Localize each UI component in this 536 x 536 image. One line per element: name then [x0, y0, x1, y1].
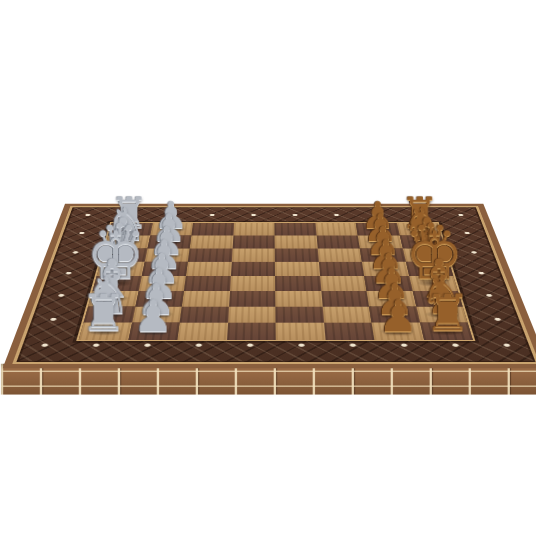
square-b5[interactable]: [275, 235, 318, 248]
square-c4[interactable]: [231, 248, 275, 261]
square-f5[interactable]: [275, 291, 322, 307]
square-h8[interactable]: ♜: [420, 323, 473, 340]
square-a4[interactable]: [233, 223, 275, 235]
square-b6[interactable]: [316, 235, 360, 248]
board-grid[interactable]: ♜♟♟♜♞♟♟♞♝♟♟♝♛♟♟♛♚♟♟♚♝♟♟♝♞♟♟♞♜♟♟♜: [79, 223, 473, 340]
square-h6[interactable]: [324, 323, 375, 340]
square-h1[interactable]: ♜: [79, 323, 132, 340]
square-f4[interactable]: [229, 291, 276, 307]
square-f3[interactable]: [182, 291, 230, 307]
square-g5[interactable]: [275, 306, 323, 322]
square-a6[interactable]: [315, 223, 358, 235]
square-h7[interactable]: ♟: [372, 323, 424, 340]
square-a3[interactable]: [191, 223, 233, 235]
product-photo-scene: ♜♟♟♜♞♟♟♞♝♟♟♝♛♟♟♛♚♟♟♚♝♟♟♝♞♟♟♞♜♟♟♜: [0, 0, 536, 536]
square-e4[interactable]: [230, 276, 276, 291]
square-d4[interactable]: [230, 262, 275, 276]
square-e5[interactable]: [275, 276, 321, 291]
square-h2[interactable]: ♟: [128, 323, 180, 340]
square-b3[interactable]: [190, 235, 233, 248]
square-c5[interactable]: [275, 248, 319, 261]
square-a5[interactable]: [274, 223, 316, 235]
square-h3[interactable]: [177, 323, 227, 340]
square-h5[interactable]: [276, 323, 325, 340]
square-g4[interactable]: [228, 306, 276, 322]
square-f6[interactable]: [321, 291, 369, 307]
square-b4[interactable]: [232, 235, 275, 248]
black-rook[interactable]: ♜: [425, 288, 470, 337]
square-e6[interactable]: [320, 276, 367, 291]
black-pawn[interactable]: ♟: [379, 295, 419, 337]
white-pawn[interactable]: ♟: [133, 295, 173, 337]
square-d3[interactable]: [186, 262, 231, 276]
white-rook[interactable]: ♜: [81, 288, 126, 337]
square-c6[interactable]: [317, 248, 362, 261]
square-g3[interactable]: [180, 306, 229, 322]
chess-board: ♜♟♟♜♞♟♟♞♝♟♟♝♛♟♟♛♚♟♟♚♝♟♟♝♞♟♟♞♜♟♟♜: [3, 204, 536, 368]
board-front-edge: [1, 364, 536, 395]
square-g6[interactable]: [322, 306, 371, 322]
square-h4[interactable]: [226, 323, 275, 340]
square-d5[interactable]: [275, 262, 320, 276]
square-e3[interactable]: [184, 276, 231, 291]
square-d6[interactable]: [318, 262, 364, 276]
square-c3[interactable]: [188, 248, 232, 261]
